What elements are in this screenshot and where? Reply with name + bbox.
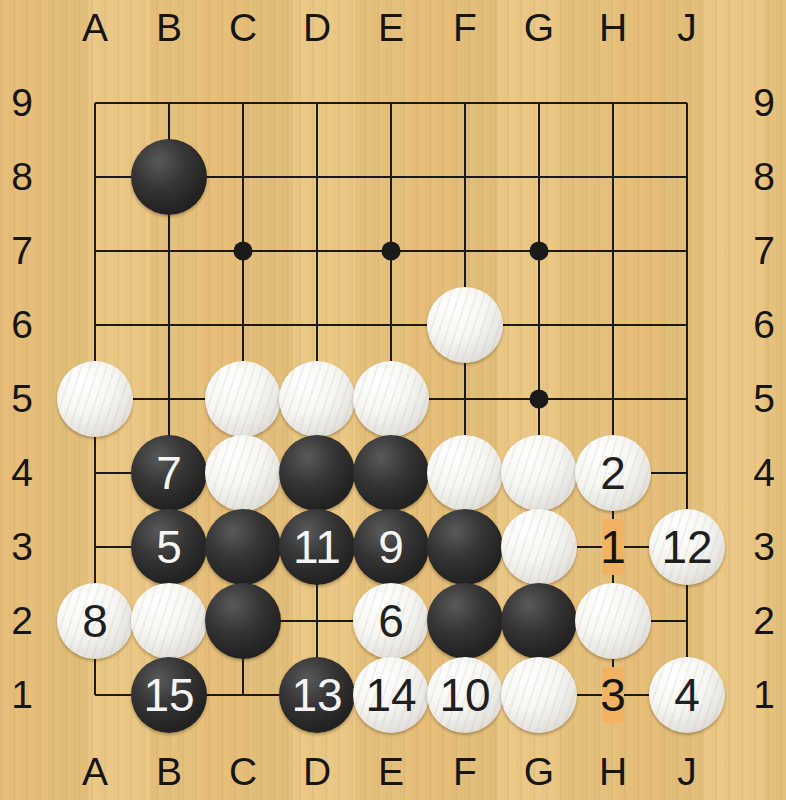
go-board-screenshot: 137251191286151314104 AABBCCDDEEFFGGHHJJ… [0, 0, 786, 800]
black-stone-C3 [205, 509, 281, 585]
black-stone-B3: 5 [131, 509, 207, 585]
col-label-bottom-G: G [524, 750, 554, 794]
col-label-top-D: D [303, 6, 331, 50]
black-stone-B1: 15 [131, 657, 207, 733]
col-label-top-C: C [229, 6, 257, 50]
col-label-top-J: J [677, 6, 697, 50]
white-stone-A2: 8 [57, 583, 133, 659]
col-label-top-F: F [453, 6, 477, 50]
captured-move-marker-H1: 3 [602, 667, 624, 723]
white-stone-B2 [131, 583, 207, 659]
row-label-right-7: 7 [753, 229, 775, 273]
star-point-C7 [234, 242, 253, 261]
black-stone-G2 [501, 583, 577, 659]
col-label-top-E: E [378, 6, 404, 50]
col-label-bottom-A: A [82, 750, 108, 794]
row-label-right-5: 5 [753, 377, 775, 421]
row-label-right-3: 3 [753, 525, 775, 569]
black-stone-F3 [427, 509, 503, 585]
col-label-bottom-D: D [303, 750, 331, 794]
col-label-top-A: A [82, 6, 108, 50]
row-label-right-1: 1 [753, 673, 775, 717]
white-stone-J3: 12 [649, 509, 725, 585]
col-label-bottom-E: E [378, 750, 404, 794]
row-label-right-9: 9 [753, 81, 775, 125]
white-stone-C4 [205, 435, 281, 511]
star-point-G7 [530, 242, 549, 261]
black-stone-B8 [131, 139, 207, 215]
row-label-left-3: 3 [11, 525, 33, 569]
row-label-left-4: 4 [11, 451, 33, 495]
row-label-left-6: 6 [11, 303, 33, 347]
row-label-left-9: 9 [11, 81, 33, 125]
white-stone-F1: 10 [427, 657, 503, 733]
black-stone-F2 [427, 583, 503, 659]
black-stone-D1: 13 [279, 657, 355, 733]
go-board[interactable]: 137251191286151314104 [58, 66, 724, 732]
white-stone-J1: 4 [649, 657, 725, 733]
white-stone-G3 [501, 509, 577, 585]
white-stone-H2 [575, 583, 651, 659]
black-stone-E4 [353, 435, 429, 511]
black-stone-E3: 9 [353, 509, 429, 585]
captured-move-marker-H3: 1 [602, 519, 624, 575]
white-stone-A5 [57, 361, 133, 437]
black-stone-B4: 7 [131, 435, 207, 511]
black-stone-D3: 11 [279, 509, 355, 585]
col-label-bottom-B: B [156, 750, 182, 794]
row-label-left-2: 2 [11, 599, 33, 643]
white-stone-E5 [353, 361, 429, 437]
star-point-E7 [382, 242, 401, 261]
white-stone-E2: 6 [353, 583, 429, 659]
col-label-top-H: H [599, 6, 627, 50]
row-label-right-6: 6 [753, 303, 775, 347]
row-label-left-8: 8 [11, 155, 33, 199]
row-label-left-5: 5 [11, 377, 33, 421]
row-label-left-1: 1 [11, 673, 33, 717]
white-stone-F4 [427, 435, 503, 511]
col-label-bottom-C: C [229, 750, 257, 794]
col-label-top-B: B [156, 6, 182, 50]
row-label-left-7: 7 [11, 229, 33, 273]
row-label-right-2: 2 [753, 599, 775, 643]
white-stone-D5 [279, 361, 355, 437]
col-label-bottom-J: J [677, 750, 697, 794]
white-stone-H4: 2 [575, 435, 651, 511]
col-label-bottom-H: H [599, 750, 627, 794]
white-stone-F6 [427, 287, 503, 363]
white-stone-G4 [501, 435, 577, 511]
black-stone-D4 [279, 435, 355, 511]
white-stone-C5 [205, 361, 281, 437]
row-label-right-8: 8 [753, 155, 775, 199]
star-point-G5 [530, 390, 549, 409]
white-stone-E1: 14 [353, 657, 429, 733]
col-label-bottom-F: F [453, 750, 477, 794]
white-stone-G1 [501, 657, 577, 733]
black-stone-C2 [205, 583, 281, 659]
row-label-right-4: 4 [753, 451, 775, 495]
col-label-top-G: G [524, 6, 554, 50]
